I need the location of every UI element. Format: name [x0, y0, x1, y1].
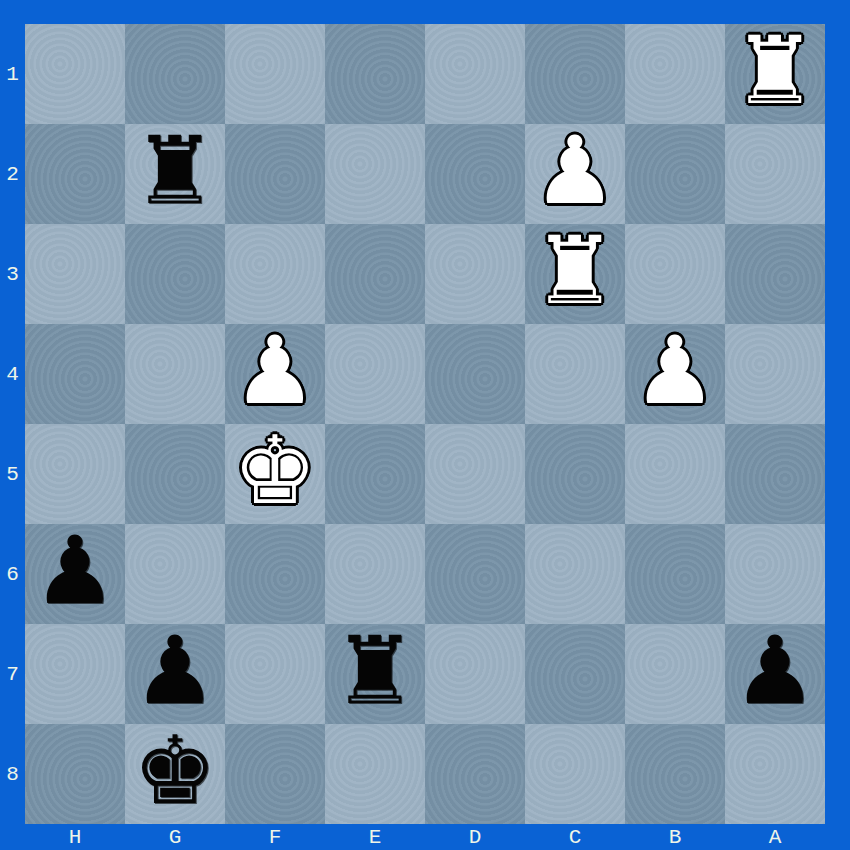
- square-d2[interactable]: [425, 124, 525, 224]
- rank-label-7: 7: [0, 624, 25, 724]
- square-f7[interactable]: [225, 624, 325, 724]
- file-label-f: F: [225, 824, 325, 850]
- square-c7[interactable]: [525, 624, 625, 724]
- square-b6[interactable]: [625, 524, 725, 624]
- square-f6[interactable]: [225, 524, 325, 624]
- file-label-e: E: [325, 824, 425, 850]
- square-f2[interactable]: [225, 124, 325, 224]
- white-pawn[interactable]: ♟: [533, 121, 617, 221]
- square-g4[interactable]: [125, 324, 225, 424]
- square-c8[interactable]: [525, 724, 625, 824]
- square-a2[interactable]: [725, 124, 825, 224]
- square-f5[interactable]: ♚: [225, 424, 325, 524]
- square-e3[interactable]: [325, 224, 425, 324]
- square-a3[interactable]: [725, 224, 825, 324]
- black-rook[interactable]: ♜: [133, 121, 217, 221]
- rank-label-1: 1: [0, 24, 25, 124]
- square-e7[interactable]: ♜: [325, 624, 425, 724]
- square-b7[interactable]: [625, 624, 725, 724]
- square-b4[interactable]: ♟: [625, 324, 725, 424]
- file-label-h: H: [25, 824, 125, 850]
- square-h6[interactable]: ♟: [25, 524, 125, 624]
- square-a6[interactable]: [725, 524, 825, 624]
- square-b3[interactable]: [625, 224, 725, 324]
- square-d1[interactable]: [425, 24, 525, 124]
- square-b2[interactable]: [625, 124, 725, 224]
- square-h1[interactable]: [25, 24, 125, 124]
- square-a7[interactable]: ♟: [725, 624, 825, 724]
- square-a5[interactable]: [725, 424, 825, 524]
- square-h2[interactable]: [25, 124, 125, 224]
- board: ♜♜♟♜♟♟♚♟♟♜♟♚: [25, 24, 825, 824]
- square-d6[interactable]: [425, 524, 525, 624]
- square-d3[interactable]: [425, 224, 525, 324]
- rank-label-8: 8: [0, 724, 25, 824]
- white-king[interactable]: ♚: [233, 421, 317, 521]
- rank-label-4: 4: [0, 324, 25, 424]
- white-rook[interactable]: ♜: [533, 221, 617, 321]
- square-a1[interactable]: ♜: [725, 24, 825, 124]
- square-h5[interactable]: [25, 424, 125, 524]
- square-g6[interactable]: [125, 524, 225, 624]
- chess-board-frame: ♜♜♟♜♟♟♚♟♟♜♟♚ 12345678 HGFEDCBA: [0, 0, 850, 850]
- black-rook[interactable]: ♜: [333, 621, 417, 721]
- rank-label-6: 6: [0, 524, 25, 624]
- square-c4[interactable]: [525, 324, 625, 424]
- square-c2[interactable]: ♟: [525, 124, 625, 224]
- square-b5[interactable]: [625, 424, 725, 524]
- square-a4[interactable]: [725, 324, 825, 424]
- rank-label-5: 5: [0, 424, 25, 524]
- square-g1[interactable]: [125, 24, 225, 124]
- square-e4[interactable]: [325, 324, 425, 424]
- square-g3[interactable]: [125, 224, 225, 324]
- square-f3[interactable]: [225, 224, 325, 324]
- square-b8[interactable]: [625, 724, 725, 824]
- square-f1[interactable]: [225, 24, 325, 124]
- square-e6[interactable]: [325, 524, 425, 624]
- square-d5[interactable]: [425, 424, 525, 524]
- square-h8[interactable]: [25, 724, 125, 824]
- rank-label-2: 2: [0, 124, 25, 224]
- file-label-d: D: [425, 824, 525, 850]
- square-h4[interactable]: [25, 324, 125, 424]
- black-pawn[interactable]: ♟: [133, 621, 217, 721]
- square-e2[interactable]: [325, 124, 425, 224]
- square-d8[interactable]: [425, 724, 525, 824]
- square-c1[interactable]: [525, 24, 625, 124]
- square-h7[interactable]: [25, 624, 125, 724]
- black-king[interactable]: ♚: [133, 721, 217, 821]
- square-f8[interactable]: [225, 724, 325, 824]
- square-g7[interactable]: ♟: [125, 624, 225, 724]
- square-a8[interactable]: [725, 724, 825, 824]
- white-rook[interactable]: ♜: [733, 21, 817, 121]
- square-f4[interactable]: ♟: [225, 324, 325, 424]
- square-d7[interactable]: [425, 624, 525, 724]
- file-label-a: A: [725, 824, 825, 850]
- square-c3[interactable]: ♜: [525, 224, 625, 324]
- square-h3[interactable]: [25, 224, 125, 324]
- square-e1[interactable]: [325, 24, 425, 124]
- file-label-c: C: [525, 824, 625, 850]
- square-g5[interactable]: [125, 424, 225, 524]
- file-label-g: G: [125, 824, 225, 850]
- square-g2[interactable]: ♜: [125, 124, 225, 224]
- square-c6[interactable]: [525, 524, 625, 624]
- square-g8[interactable]: ♚: [125, 724, 225, 824]
- square-b1[interactable]: [625, 24, 725, 124]
- rank-label-3: 3: [0, 224, 25, 324]
- white-pawn[interactable]: ♟: [633, 321, 717, 421]
- black-pawn[interactable]: ♟: [33, 521, 117, 621]
- white-pawn[interactable]: ♟: [233, 321, 317, 421]
- file-label-b: B: [625, 824, 725, 850]
- square-c5[interactable]: [525, 424, 625, 524]
- square-d4[interactable]: [425, 324, 525, 424]
- black-pawn[interactable]: ♟: [733, 621, 817, 721]
- square-e8[interactable]: [325, 724, 425, 824]
- square-e5[interactable]: [325, 424, 425, 524]
